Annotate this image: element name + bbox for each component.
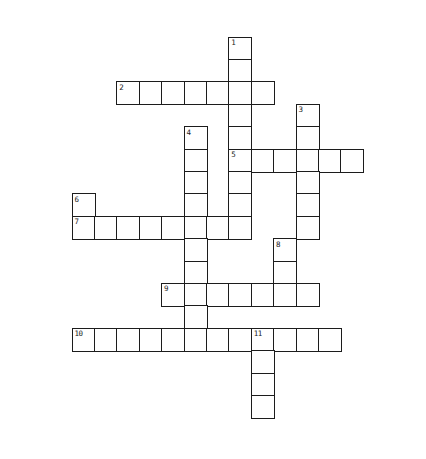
cell-r8-c2[interactable]	[116, 216, 140, 240]
cell-r12-c5[interactable]	[184, 305, 208, 329]
cell-r4-c10[interactable]	[296, 126, 320, 150]
crossword-page: 1234567891011	[0, 0, 426, 459]
clue-number-1: 1	[231, 38, 235, 47]
cell-r5-c11[interactable]	[318, 149, 342, 173]
cell-r8-c5[interactable]	[184, 216, 208, 240]
cell-r2-c3[interactable]	[139, 81, 163, 105]
cell-r6-c5[interactable]	[184, 171, 208, 195]
cell-r3-c10[interactable]: 3	[296, 104, 320, 128]
cell-r13-c7[interactable]	[228, 328, 252, 352]
cell-r8-c0[interactable]: 7	[72, 216, 96, 240]
cell-r7-c0[interactable]: 6	[72, 193, 96, 217]
clue-number-11: 11	[254, 329, 262, 338]
cell-r10-c5[interactable]	[184, 261, 208, 285]
cell-r8-c1[interactable]	[94, 216, 118, 240]
cell-r0-c7[interactable]: 1	[228, 37, 252, 61]
cell-r5-c5[interactable]	[184, 149, 208, 173]
cell-r9-c5[interactable]	[184, 238, 208, 262]
cell-r11-c6[interactable]	[206, 283, 230, 307]
cell-r13-c9[interactable]	[273, 328, 297, 352]
cell-r4-c5[interactable]: 4	[184, 126, 208, 150]
cell-r2-c8[interactable]	[251, 81, 275, 105]
cell-r9-c9[interactable]: 8	[273, 238, 297, 262]
cell-r13-c5[interactable]	[184, 328, 208, 352]
cell-r11-c8[interactable]	[251, 283, 275, 307]
cell-r8-c6[interactable]	[206, 216, 230, 240]
cell-r13-c2[interactable]	[116, 328, 140, 352]
cell-r2-c4[interactable]	[161, 81, 185, 105]
cell-r5-c7[interactable]: 5	[228, 149, 252, 173]
cell-r13-c4[interactable]	[161, 328, 185, 352]
cell-r2-c7[interactable]	[228, 81, 252, 105]
cell-r16-c8[interactable]	[251, 395, 275, 419]
cell-r11-c9[interactable]	[273, 283, 297, 307]
cell-r11-c7[interactable]	[228, 283, 252, 307]
cell-r8-c10[interactable]	[296, 216, 320, 240]
clue-number-9: 9	[164, 284, 168, 293]
clue-number-5: 5	[231, 150, 235, 159]
cell-r1-c7[interactable]	[228, 59, 252, 83]
cell-r6-c10[interactable]	[296, 171, 320, 195]
crossword-board: 1234567891011	[72, 37, 365, 420]
clue-number-8: 8	[276, 240, 280, 249]
cell-r5-c8[interactable]	[251, 149, 275, 173]
cell-r13-c10[interactable]	[296, 328, 320, 352]
cell-r13-c3[interactable]	[139, 328, 163, 352]
cell-r7-c10[interactable]	[296, 193, 320, 217]
cell-r8-c3[interactable]	[139, 216, 163, 240]
cell-r3-c7[interactable]	[228, 104, 252, 128]
cell-r8-c4[interactable]	[161, 216, 185, 240]
cell-r10-c9[interactable]	[273, 261, 297, 285]
clue-number-4: 4	[187, 128, 191, 137]
cell-r7-c5[interactable]	[184, 193, 208, 217]
cell-r5-c12[interactable]	[340, 149, 364, 173]
clue-number-6: 6	[75, 195, 79, 204]
clue-number-2: 2	[119, 83, 123, 92]
cell-r11-c5[interactable]	[184, 283, 208, 307]
cell-r2-c5[interactable]	[184, 81, 208, 105]
cell-r13-c8[interactable]: 11	[251, 328, 275, 352]
cell-r11-c10[interactable]	[296, 283, 320, 307]
cell-r5-c9[interactable]	[273, 149, 297, 173]
cell-r13-c1[interactable]	[94, 328, 118, 352]
cell-r4-c7[interactable]	[228, 126, 252, 150]
cell-r14-c8[interactable]	[251, 350, 275, 374]
cell-r15-c8[interactable]	[251, 373, 275, 397]
cell-r2-c6[interactable]	[206, 81, 230, 105]
clue-number-3: 3	[299, 105, 303, 114]
clue-number-7: 7	[75, 217, 79, 226]
cell-r11-c4[interactable]: 9	[161, 283, 185, 307]
cell-r2-c2[interactable]: 2	[116, 81, 140, 105]
cell-r13-c6[interactable]	[206, 328, 230, 352]
cell-r8-c7[interactable]	[228, 216, 252, 240]
cell-r13-c11[interactable]	[318, 328, 342, 352]
cell-r7-c7[interactable]	[228, 193, 252, 217]
clue-number-10: 10	[75, 329, 83, 338]
cell-r5-c10[interactable]	[296, 149, 320, 173]
cell-r6-c7[interactable]	[228, 171, 252, 195]
cell-r13-c0[interactable]: 10	[72, 328, 96, 352]
